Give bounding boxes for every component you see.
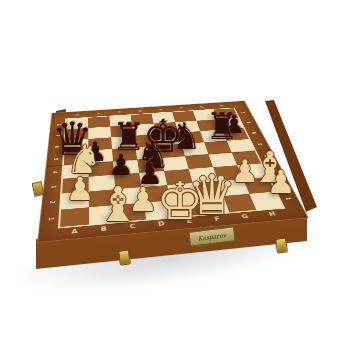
coord-label-3: 3 — [258, 164, 287, 175]
board-square-d1 — [144, 200, 175, 219]
coord-label-7: 7 — [236, 118, 261, 126]
coord-label-H: H — [256, 208, 287, 220]
coord-label-C: C — [118, 220, 148, 233]
coord-label-4: 4 — [252, 151, 280, 161]
chess-set-photo: ABCDEFGH ABCDEFGH 87654321 87654321 Kasp… — [0, 0, 350, 350]
coord-label-6: 6 — [241, 129, 267, 138]
coord-label-2: 2 — [265, 178, 295, 190]
coord-label-A: A — [59, 225, 89, 238]
coord-label-2: 2 — [38, 196, 66, 209]
brass-latch-left — [118, 249, 131, 265]
coord-label-B: B — [89, 223, 119, 236]
coord-label-E: E — [174, 215, 205, 227]
board-square-b1 — [89, 205, 118, 225]
brass-latch-right — [275, 237, 288, 253]
coord-label-5: 5 — [43, 154, 68, 165]
coord-label-7: 7 — [46, 131, 69, 140]
coord-label-8: 8 — [47, 120, 70, 129]
coord-label-D: D — [146, 218, 176, 230]
coord-label-F: F — [202, 213, 233, 225]
coord-label-8: 8 — [231, 109, 255, 117]
coord-label-5: 5 — [246, 140, 273, 150]
coord-label-6: 6 — [44, 142, 68, 152]
coord-label-4: 4 — [41, 167, 67, 178]
chess-board: ABCDEFGH ABCDEFGH 87654321 87654321 — [37, 101, 309, 243]
coord-label-G: G — [229, 210, 260, 222]
rim-rank-labels-left: 87654321 — [40, 119, 67, 229]
board-square-c1 — [116, 203, 146, 222]
coord-label-1: 1 — [272, 192, 304, 205]
brand-plate-text: Kasparov — [197, 231, 226, 241]
